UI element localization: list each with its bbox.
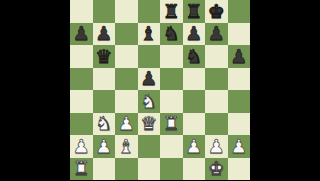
square-f5[interactable]	[183, 68, 206, 91]
square-e1[interactable]	[160, 158, 183, 181]
white-rook-a1[interactable]: ♜	[70, 158, 93, 181]
square-h8[interactable]	[228, 0, 251, 23]
square-b1[interactable]	[93, 158, 116, 181]
letterbox-right	[250, 0, 320, 180]
square-a2[interactable]: ♟	[70, 135, 93, 158]
square-h4[interactable]	[228, 90, 251, 113]
black-king-g8[interactable]: ♚	[205, 0, 228, 23]
square-b4[interactable]	[93, 90, 116, 113]
white-knight-d4[interactable]: ♞	[138, 90, 161, 113]
square-d2[interactable]	[138, 135, 161, 158]
square-a4[interactable]	[70, 90, 93, 113]
square-a3[interactable]	[70, 113, 93, 136]
square-c1[interactable]	[115, 158, 138, 181]
white-king-g1[interactable]: ♚	[205, 158, 228, 181]
square-c8[interactable]	[115, 0, 138, 23]
square-c5[interactable]	[115, 68, 138, 91]
square-g1[interactable]: ♚	[205, 158, 228, 181]
black-rook-f8[interactable]: ♜	[183, 0, 206, 23]
square-a7[interactable]: ♟	[70, 23, 93, 46]
square-d1[interactable]	[138, 158, 161, 181]
white-pawn-a2[interactable]: ♟	[70, 135, 93, 158]
square-f2[interactable]: ♟	[183, 135, 206, 158]
square-d4[interactable]: ♞	[138, 90, 161, 113]
square-b8[interactable]	[93, 0, 116, 23]
square-c7[interactable]	[115, 23, 138, 46]
white-pawn-c3[interactable]: ♟	[115, 113, 138, 136]
square-g4[interactable]	[205, 90, 228, 113]
square-b7[interactable]: ♟	[93, 23, 116, 46]
square-d8[interactable]	[138, 0, 161, 23]
black-queen-b6[interactable]: ♛	[93, 45, 116, 68]
square-f6[interactable]: ♞	[183, 45, 206, 68]
square-e5[interactable]	[160, 68, 183, 91]
white-knight-b3[interactable]: ♞	[93, 113, 116, 136]
square-g7[interactable]: ♟	[205, 23, 228, 46]
white-pawn-f2[interactable]: ♟	[183, 135, 206, 158]
square-a6[interactable]	[70, 45, 93, 68]
square-c4[interactable]	[115, 90, 138, 113]
square-f1[interactable]	[183, 158, 206, 181]
square-h6[interactable]: ♟	[228, 45, 251, 68]
black-pawn-d5[interactable]: ♟	[138, 68, 161, 91]
square-g8[interactable]: ♚	[205, 0, 228, 23]
square-e8[interactable]: ♜	[160, 0, 183, 23]
square-b2[interactable]: ♟	[93, 135, 116, 158]
white-pawn-h2[interactable]: ♟	[228, 135, 251, 158]
black-knight-f6[interactable]: ♞	[183, 45, 206, 68]
square-b6[interactable]: ♛	[93, 45, 116, 68]
square-f4[interactable]	[183, 90, 206, 113]
square-h5[interactable]	[228, 68, 251, 91]
square-e4[interactable]	[160, 90, 183, 113]
video-frame: ♜♜♚♟♟♝♞♟♟♛♞♟♟♞♞♟♛♜♟♟♝♟♟♟♜♚	[0, 0, 320, 180]
black-bishop-d7[interactable]: ♝	[138, 23, 161, 46]
black-pawn-a7[interactable]: ♟	[70, 23, 93, 46]
square-a8[interactable]	[70, 0, 93, 23]
square-d5[interactable]: ♟	[138, 68, 161, 91]
square-f3[interactable]	[183, 113, 206, 136]
square-h7[interactable]	[228, 23, 251, 46]
black-knight-e7[interactable]: ♞	[160, 23, 183, 46]
square-h1[interactable]	[228, 158, 251, 181]
white-pawn-b2[interactable]: ♟	[93, 135, 116, 158]
black-pawn-g7[interactable]: ♟	[205, 23, 228, 46]
white-queen-d3[interactable]: ♛	[138, 113, 161, 136]
square-c2[interactable]: ♝	[115, 135, 138, 158]
square-e7[interactable]: ♞	[160, 23, 183, 46]
square-c3[interactable]: ♟	[115, 113, 138, 136]
black-pawn-f7[interactable]: ♟	[183, 23, 206, 46]
letterbox-left	[0, 0, 70, 180]
white-pawn-g2[interactable]: ♟	[205, 135, 228, 158]
square-e2[interactable]	[160, 135, 183, 158]
square-d3[interactable]: ♛	[138, 113, 161, 136]
square-e3[interactable]: ♜	[160, 113, 183, 136]
square-b5[interactable]	[93, 68, 116, 91]
square-f7[interactable]: ♟	[183, 23, 206, 46]
square-c6[interactable]	[115, 45, 138, 68]
white-bishop-c2[interactable]: ♝	[115, 135, 138, 158]
square-h2[interactable]: ♟	[228, 135, 251, 158]
square-a5[interactable]	[70, 68, 93, 91]
white-rook-e3[interactable]: ♜	[160, 113, 183, 136]
square-e6[interactable]	[160, 45, 183, 68]
square-d7[interactable]: ♝	[138, 23, 161, 46]
square-b3[interactable]: ♞	[93, 113, 116, 136]
black-pawn-b7[interactable]: ♟	[93, 23, 116, 46]
square-g3[interactable]	[205, 113, 228, 136]
square-g6[interactable]	[205, 45, 228, 68]
square-d6[interactable]	[138, 45, 161, 68]
square-g2[interactable]: ♟	[205, 135, 228, 158]
square-h3[interactable]	[228, 113, 251, 136]
square-f8[interactable]: ♜	[183, 0, 206, 23]
black-rook-e8[interactable]: ♜	[160, 0, 183, 23]
square-g5[interactable]	[205, 68, 228, 91]
chess-board: ♜♜♚♟♟♝♞♟♟♛♞♟♟♞♞♟♛♜♟♟♝♟♟♟♜♚	[70, 0, 250, 180]
square-a1[interactable]: ♜	[70, 158, 93, 181]
black-pawn-h6[interactable]: ♟	[228, 45, 251, 68]
